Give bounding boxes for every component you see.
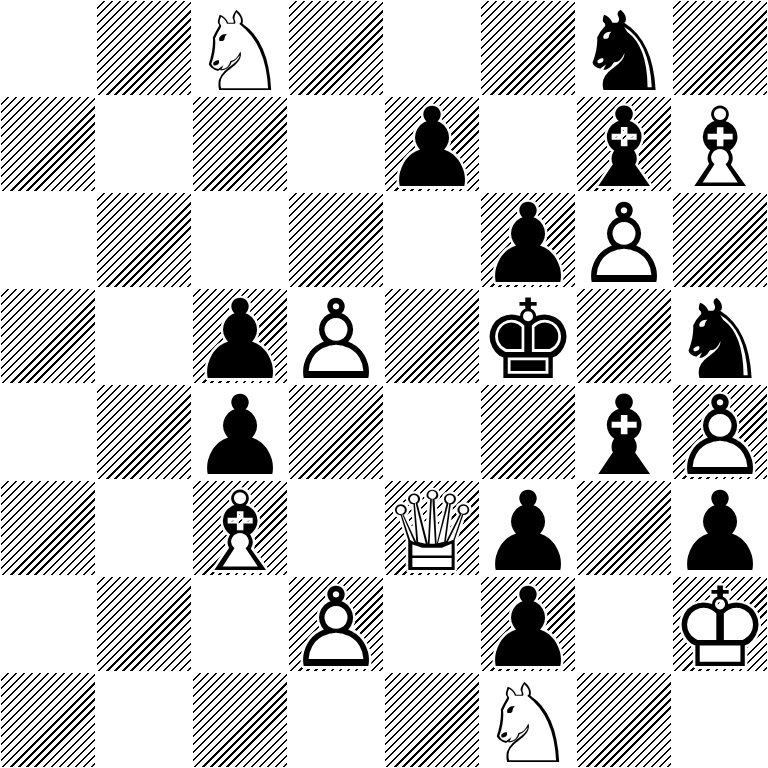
square-d4[interactable]: [288, 384, 384, 480]
square-a3[interactable]: [0, 480, 96, 576]
piece-black-pawn[interactable]: ♟♟: [192, 384, 288, 480]
square-b6[interactable]: [96, 192, 192, 288]
square-c4[interactable]: ♟♟: [192, 384, 288, 480]
square-e4[interactable]: [384, 384, 480, 480]
square-h1[interactable]: [672, 672, 768, 768]
piece-white-pawn[interactable]: ♟♙: [672, 384, 768, 480]
square-a8[interactable]: [0, 0, 96, 96]
square-a4[interactable]: [0, 384, 96, 480]
piece-black-bishop[interactable]: ♝♝: [576, 384, 672, 480]
square-c3[interactable]: ♝♗: [192, 480, 288, 576]
square-g5[interactable]: [576, 288, 672, 384]
chess-board-diagram: ♞♘♞♞♟♟♝♝♝♗♟♟♟♙♟♟♟♙♚♚♞♞♟♟♝♝♟♙♝♗♛♕♟♟♟♟♟♙♟♟…: [0, 0, 768, 768]
white-pawn-glyph: ♙: [288, 580, 384, 676]
square-e3[interactable]: ♛♕: [384, 480, 480, 576]
white-bishop-glyph: ♗: [192, 484, 288, 580]
square-d8[interactable]: [288, 0, 384, 96]
square-d7[interactable]: [288, 96, 384, 192]
piece-black-knight[interactable]: ♞♞: [576, 0, 672, 96]
piece-black-pawn[interactable]: ♟♟: [480, 576, 576, 672]
white-queen-glyph: ♕: [384, 484, 480, 580]
chess-board: ♞♘♞♞♟♟♝♝♝♗♟♟♟♙♟♟♟♙♚♚♞♞♟♟♝♝♟♙♝♗♛♕♟♟♟♟♟♙♟♟…: [0, 0, 768, 768]
square-c6[interactable]: [192, 192, 288, 288]
square-a7[interactable]: [0, 96, 96, 192]
white-knight-glyph: ♘: [480, 676, 576, 768]
square-h6[interactable]: [672, 192, 768, 288]
square-a6[interactable]: [0, 192, 96, 288]
square-f4[interactable]: [480, 384, 576, 480]
white-pawn-glyph: ♙: [576, 196, 672, 292]
piece-white-queen[interactable]: ♛♕: [384, 480, 480, 576]
square-f3[interactable]: ♟♟: [480, 480, 576, 576]
piece-black-pawn[interactable]: ♟♟: [672, 480, 768, 576]
square-c2[interactable]: [192, 576, 288, 672]
piece-black-bishop[interactable]: ♝♝: [576, 96, 672, 192]
piece-black-pawn[interactable]: ♟♟: [192, 288, 288, 384]
black-king-glyph: ♚: [480, 292, 576, 388]
white-king-glyph: ♔: [672, 580, 768, 676]
square-d5[interactable]: ♟♙: [288, 288, 384, 384]
piece-white-pawn[interactable]: ♟♙: [288, 288, 384, 384]
square-f7[interactable]: [480, 96, 576, 192]
square-b8[interactable]: [96, 0, 192, 96]
black-bishop-glyph: ♝: [576, 388, 672, 484]
square-e7[interactable]: ♟♟: [384, 96, 480, 192]
square-e1[interactable]: [384, 672, 480, 768]
piece-black-king[interactable]: ♚♚: [480, 288, 576, 384]
square-f2[interactable]: ♟♟: [480, 576, 576, 672]
square-d6[interactable]: [288, 192, 384, 288]
square-a5[interactable]: [0, 288, 96, 384]
square-b7[interactable]: [96, 96, 192, 192]
white-bishop-glyph: ♗: [672, 100, 768, 196]
square-d2[interactable]: ♟♙: [288, 576, 384, 672]
square-h8[interactable]: [672, 0, 768, 96]
square-g1[interactable]: [576, 672, 672, 768]
square-h3[interactable]: ♟♟: [672, 480, 768, 576]
square-h4[interactable]: ♟♙: [672, 384, 768, 480]
piece-white-pawn[interactable]: ♟♙: [576, 192, 672, 288]
square-b1[interactable]: [96, 672, 192, 768]
white-pawn-glyph: ♙: [288, 292, 384, 388]
square-c5[interactable]: ♟♟: [192, 288, 288, 384]
square-c1[interactable]: [192, 672, 288, 768]
piece-black-pawn[interactable]: ♟♟: [384, 96, 480, 192]
square-a1[interactable]: [0, 672, 96, 768]
piece-white-knight[interactable]: ♞♘: [192, 0, 288, 96]
square-f8[interactable]: [480, 0, 576, 96]
square-h7[interactable]: ♝♗: [672, 96, 768, 192]
square-e2[interactable]: [384, 576, 480, 672]
square-f5[interactable]: ♚♚: [480, 288, 576, 384]
piece-white-king[interactable]: ♚♔: [672, 576, 768, 672]
square-b3[interactable]: [96, 480, 192, 576]
square-b4[interactable]: [96, 384, 192, 480]
square-f1[interactable]: ♞♘: [480, 672, 576, 768]
piece-black-pawn[interactable]: ♟♟: [480, 192, 576, 288]
square-e8[interactable]: [384, 0, 480, 96]
square-f6[interactable]: ♟♟: [480, 192, 576, 288]
piece-white-bishop[interactable]: ♝♗: [672, 96, 768, 192]
square-g4[interactable]: ♝♝: [576, 384, 672, 480]
square-h5[interactable]: ♞♞: [672, 288, 768, 384]
piece-white-pawn[interactable]: ♟♙: [288, 576, 384, 672]
square-g8[interactable]: ♞♞: [576, 0, 672, 96]
square-e5[interactable]: [384, 288, 480, 384]
black-pawn-glyph: ♟: [384, 100, 480, 196]
square-a2[interactable]: [0, 576, 96, 672]
square-g2[interactable]: [576, 576, 672, 672]
square-d1[interactable]: [288, 672, 384, 768]
square-g3[interactable]: [576, 480, 672, 576]
piece-white-bishop[interactable]: ♝♗: [192, 480, 288, 576]
square-h2[interactable]: ♚♔: [672, 576, 768, 672]
piece-black-pawn[interactable]: ♟♟: [480, 480, 576, 576]
white-knight-glyph: ♘: [192, 4, 288, 100]
piece-black-knight[interactable]: ♞♞: [672, 288, 768, 384]
square-b5[interactable]: [96, 288, 192, 384]
square-e6[interactable]: [384, 192, 480, 288]
square-c7[interactable]: [192, 96, 288, 192]
square-g7[interactable]: ♝♝: [576, 96, 672, 192]
square-d3[interactable]: [288, 480, 384, 576]
square-c8[interactable]: ♞♘: [192, 0, 288, 96]
piece-white-knight[interactable]: ♞♘: [480, 672, 576, 768]
square-g6[interactable]: ♟♙: [576, 192, 672, 288]
square-b2[interactable]: [96, 576, 192, 672]
